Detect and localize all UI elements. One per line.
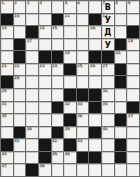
white-cell-r11c8[interactable] [102,139,114,151]
clue-number: 31 [1,102,7,106]
white-cell-r0c4[interactable] [52,1,64,13]
white-cell-r2c6[interactable] [77,26,89,38]
black-cell-r11c5 [64,139,76,151]
white-cell-r3c5[interactable] [64,39,76,51]
white-cell-r8c2[interactable] [26,102,38,114]
black-cell-r9c9 [115,114,127,126]
clue-number: 33 [77,102,83,106]
white-cell-r2c1[interactable] [14,26,26,38]
clue-number: 32 [64,102,70,106]
white-cell-r12c0[interactable]: 44 [1,152,13,164]
black-cell-r12c9 [115,152,127,164]
filled-letter: У [102,39,114,51]
white-cell-r10c0[interactable] [1,127,13,139]
black-cell-r2c2 [26,26,38,38]
white-cell-r7c8[interactable]: 30 [102,89,114,101]
black-cell-r1c0 [1,14,13,26]
white-cell-r7c4[interactable] [52,89,64,101]
white-cell-r1c9[interactable] [115,14,127,26]
white-cell-r0c9[interactable]: 8 [115,1,127,13]
clue-number: 10 [14,14,20,18]
white-cell-r7c3[interactable] [39,89,51,101]
white-cell-r11c10[interactable] [127,139,139,151]
clue-number: 13 [1,26,7,30]
white-cell-r10c2[interactable]: 38 [26,127,38,139]
white-cell-r13c3[interactable]: 48 [39,164,51,176]
white-cell-r2c5[interactable] [64,26,76,38]
black-cell-r4c1 [14,51,26,63]
clue-number: 8 [115,1,119,5]
white-cell-r7c10[interactable] [127,89,139,101]
black-cell-r12c3 [39,152,51,164]
white-cell-r3c6[interactable] [77,39,89,51]
white-cell-r2c3[interactable]: 14 [39,26,51,38]
white-cell-r9c2[interactable] [26,114,38,126]
white-cell-r5c2[interactable] [26,64,38,76]
white-cell-r12c1[interactable] [14,152,26,164]
clue-number: 48 [39,164,45,168]
clue-number: 45 [52,152,58,156]
white-cell-r0c0[interactable]: 1 [1,1,13,13]
clue-number: 18 [127,39,133,43]
clue-number: 2 [14,1,18,5]
white-cell-r12c4[interactable]: 45 [52,152,64,164]
white-cell-r3c7[interactable] [89,39,101,51]
white-cell-r9c8[interactable] [102,114,114,126]
clue-number: 19 [64,51,70,55]
black-cell-r8c10 [127,102,139,114]
white-cell-r3c3[interactable] [39,39,51,51]
clue-number: 15 [52,26,58,30]
white-cell-r0c7[interactable] [89,1,101,13]
white-cell-r6c1[interactable]: 28 [14,76,26,88]
white-cell-r6c2[interactable] [26,76,38,88]
filled-letter: В [102,1,114,13]
white-cell-r9c0[interactable]: 35 [1,114,13,126]
white-cell-r3c10[interactable]: 18 [127,39,139,51]
white-cell-r3c8[interactable]: У [102,39,114,51]
clue-number: 36 [77,114,83,118]
white-cell-r0c8[interactable]: 7В [102,1,114,13]
black-cell-r11c3 [39,139,51,151]
black-cell-r7c7 [89,89,101,101]
white-cell-r11c7[interactable] [89,139,101,151]
filled-letter: Д [102,26,114,38]
clue-number: 5 [64,1,68,5]
white-cell-r9c6[interactable]: 36 [77,114,89,126]
white-cell-r5c1[interactable]: 22 [14,64,26,76]
white-cell-r11c2[interactable] [26,139,38,151]
white-cell-r6c3[interactable] [39,76,51,88]
clue-number: 38 [26,127,32,131]
clue-number: 23 [39,64,45,68]
white-cell-r4c6[interactable] [77,51,89,63]
clue-number: 3 [26,1,30,5]
crossword-board: 1234567В89101112У13141516Д17У18192021222… [0,0,140,177]
white-cell-r2c9[interactable] [115,26,127,38]
clue-number: 43 [77,139,83,143]
clue-number: 28 [14,76,20,80]
clue-number: 9 [127,1,131,5]
clue-number: 24 [52,64,58,68]
white-cell-r7c0[interactable]: 29 [1,89,13,101]
black-cell-r1c7 [89,14,101,26]
white-cell-r13c4[interactable] [52,164,64,176]
clue-number: 17 [26,39,32,43]
white-cell-r9c10[interactable]: 37 [127,114,139,126]
white-cell-r8c9[interactable] [115,102,127,114]
clue-number: 27 [102,64,108,68]
white-cell-r1c8[interactable]: 12У [102,14,114,26]
white-cell-r11c6[interactable]: 43 [77,139,89,151]
white-cell-r0c3[interactable]: 4 [39,1,51,13]
black-cell-r6c9 [115,76,127,88]
white-cell-r10c6[interactable] [77,127,89,139]
white-cell-r1c3[interactable] [39,14,51,26]
black-cell-r10c1 [14,127,26,139]
white-cell-r13c9[interactable] [115,164,127,176]
crossword-page: 1234567В89101112У13141516Д17У18192021222… [0,0,140,177]
white-cell-r6c10[interactable] [127,76,139,88]
white-cell-r11c4[interactable]: 42 [52,139,64,151]
black-cell-r12c6 [77,152,89,164]
clue-number: 6 [77,1,81,5]
clue-number: 40 [102,127,108,131]
white-cell-r2c7[interactable]: 16 [89,26,101,38]
white-cell-r3c4[interactable] [52,39,64,51]
clue-number: 41 [14,139,20,143]
white-cell-r7c1[interactable] [14,89,26,101]
white-cell-r4c9[interactable]: 20 [115,51,127,63]
white-cell-r7c2[interactable] [26,89,38,101]
white-cell-r5c3[interactable]: 23 [39,64,51,76]
white-cell-r13c5[interactable] [64,164,76,176]
white-cell-r8c5[interactable]: 32 [64,102,76,114]
white-cell-r0c1[interactable]: 2 [14,1,26,13]
white-cell-r1c5[interactable]: 11 [64,14,76,26]
clue-number: 46 [64,152,70,156]
clue-number: 16 [89,26,95,30]
black-cell-r8c7 [89,102,101,114]
white-cell-r4c5[interactable]: 19 [64,51,76,63]
white-cell-r1c10[interactable] [127,14,139,26]
clue-number: 34 [102,102,108,106]
white-cell-r9c1[interactable] [14,114,26,126]
black-cell-r11c0 [1,139,13,151]
white-cell-r10c8[interactable]: 40 [102,127,114,139]
clue-number: 11 [64,14,70,18]
white-cell-r13c1[interactable] [14,164,26,176]
white-cell-r3c2[interactable]: 17 [26,39,38,51]
clue-number: 37 [127,114,133,118]
white-cell-r5c10[interactable] [127,64,139,76]
white-cell-r6c5[interactable] [64,76,76,88]
white-cell-r9c3[interactable] [39,114,51,126]
clue-number: 14 [39,26,45,30]
black-cell-r3c9 [115,39,127,51]
black-cell-r5c5 [64,64,76,76]
black-cell-r10c4 [52,127,64,139]
clue-number: 20 [115,51,121,55]
clue-number: 26 [89,64,95,68]
black-cell-r4c3 [39,51,51,63]
white-cell-r6c6[interactable] [77,76,89,88]
clue-number: 42 [52,139,58,143]
black-cell-r11c9 [115,139,127,151]
clue-number: 21 [1,64,7,68]
white-cell-r5c7[interactable]: 26 [89,64,101,76]
white-cell-r9c4[interactable] [52,114,64,126]
white-cell-r0c6[interactable]: 6 [77,1,89,13]
white-cell-r5c0[interactable]: 21 [1,64,13,76]
black-cell-r8c4 [52,102,64,114]
white-cell-r12c2[interactable] [26,152,38,164]
white-cell-r10c5[interactable]: 39 [64,127,76,139]
white-cell-r8c6[interactable]: 33 [77,102,89,114]
white-cell-r10c10[interactable] [127,127,139,139]
white-cell-r3c0[interactable] [1,39,13,51]
white-cell-r7c9[interactable] [115,89,127,101]
white-cell-r5c6[interactable]: 25 [77,64,89,76]
black-cell-r7c6 [77,89,89,101]
white-cell-r13c6[interactable] [77,164,89,176]
white-cell-r13c7[interactable] [89,164,101,176]
clue-number: 47 [1,164,7,168]
black-cell-r6c0 [1,76,13,88]
white-cell-r2c4[interactable]: 15 [52,26,64,38]
filled-letter: У [102,14,114,26]
white-cell-r6c4[interactable] [52,76,64,88]
black-cell-r10c7 [89,127,101,139]
black-cell-r4c8 [102,51,114,63]
white-cell-r8c8[interactable]: 34 [102,102,114,114]
white-cell-r12c8[interactable] [102,152,114,164]
white-cell-r2c0[interactable]: 13 [1,26,13,38]
white-cell-r4c2[interactable] [26,51,38,63]
white-cell-r2c8[interactable]: Д [102,26,114,38]
white-cell-r11c1[interactable]: 41 [14,139,26,151]
white-cell-r4c10[interactable] [127,51,139,63]
black-cell-r4c7 [89,51,101,63]
black-cell-r5c9 [115,64,127,76]
white-cell-r10c9[interactable] [115,127,127,139]
white-cell-r1c6[interactable] [77,14,89,26]
white-cell-r12c10[interactable] [127,152,139,164]
white-cell-r0c2[interactable]: 3 [26,1,38,13]
white-cell-r13c8[interactable] [102,164,114,176]
black-cell-r7c5 [64,89,76,101]
clue-number: 22 [14,64,20,68]
black-cell-r2c10 [127,26,139,38]
white-cell-r6c8[interactable] [102,76,114,88]
black-cell-r9c5 [64,114,76,126]
black-cell-r12c7 [89,152,101,164]
white-cell-r12c5[interactable]: 46 [64,152,76,164]
white-cell-r13c10[interactable] [127,164,139,176]
white-cell-r1c2[interactable] [26,14,38,26]
white-cell-r13c0[interactable]: 47 [1,164,13,176]
clue-number: 30 [102,89,108,93]
clue-number: 35 [1,114,7,118]
white-cell-r0c5[interactable]: 5 [64,1,76,13]
white-cell-r1c1[interactable]: 10 [14,14,26,26]
white-cell-r8c1[interactable] [14,102,26,114]
white-cell-r5c4[interactable]: 24 [52,64,64,76]
clue-number: 29 [1,89,7,93]
clue-number: 1 [1,1,5,5]
clue-number: 44 [1,152,7,156]
black-cell-r13c2 [26,164,38,176]
black-cell-r4c4 [52,51,64,63]
clue-number: 39 [64,127,70,131]
white-cell-r0c10[interactable]: 9 [127,1,139,13]
white-cell-r4c0[interactable] [1,51,13,63]
black-cell-r3c1 [14,39,26,51]
clue-number: 4 [39,1,43,5]
white-cell-r9c7[interactable] [89,114,101,126]
white-cell-r6c7[interactable] [89,76,101,88]
white-cell-r5c8[interactable]: 27 [102,64,114,76]
black-cell-r1c4 [52,14,64,26]
white-cell-r10c3[interactable] [39,127,51,139]
white-cell-r8c3[interactable] [39,102,51,114]
clue-number: 25 [77,64,83,68]
white-cell-r8c0[interactable]: 31 [1,102,13,114]
